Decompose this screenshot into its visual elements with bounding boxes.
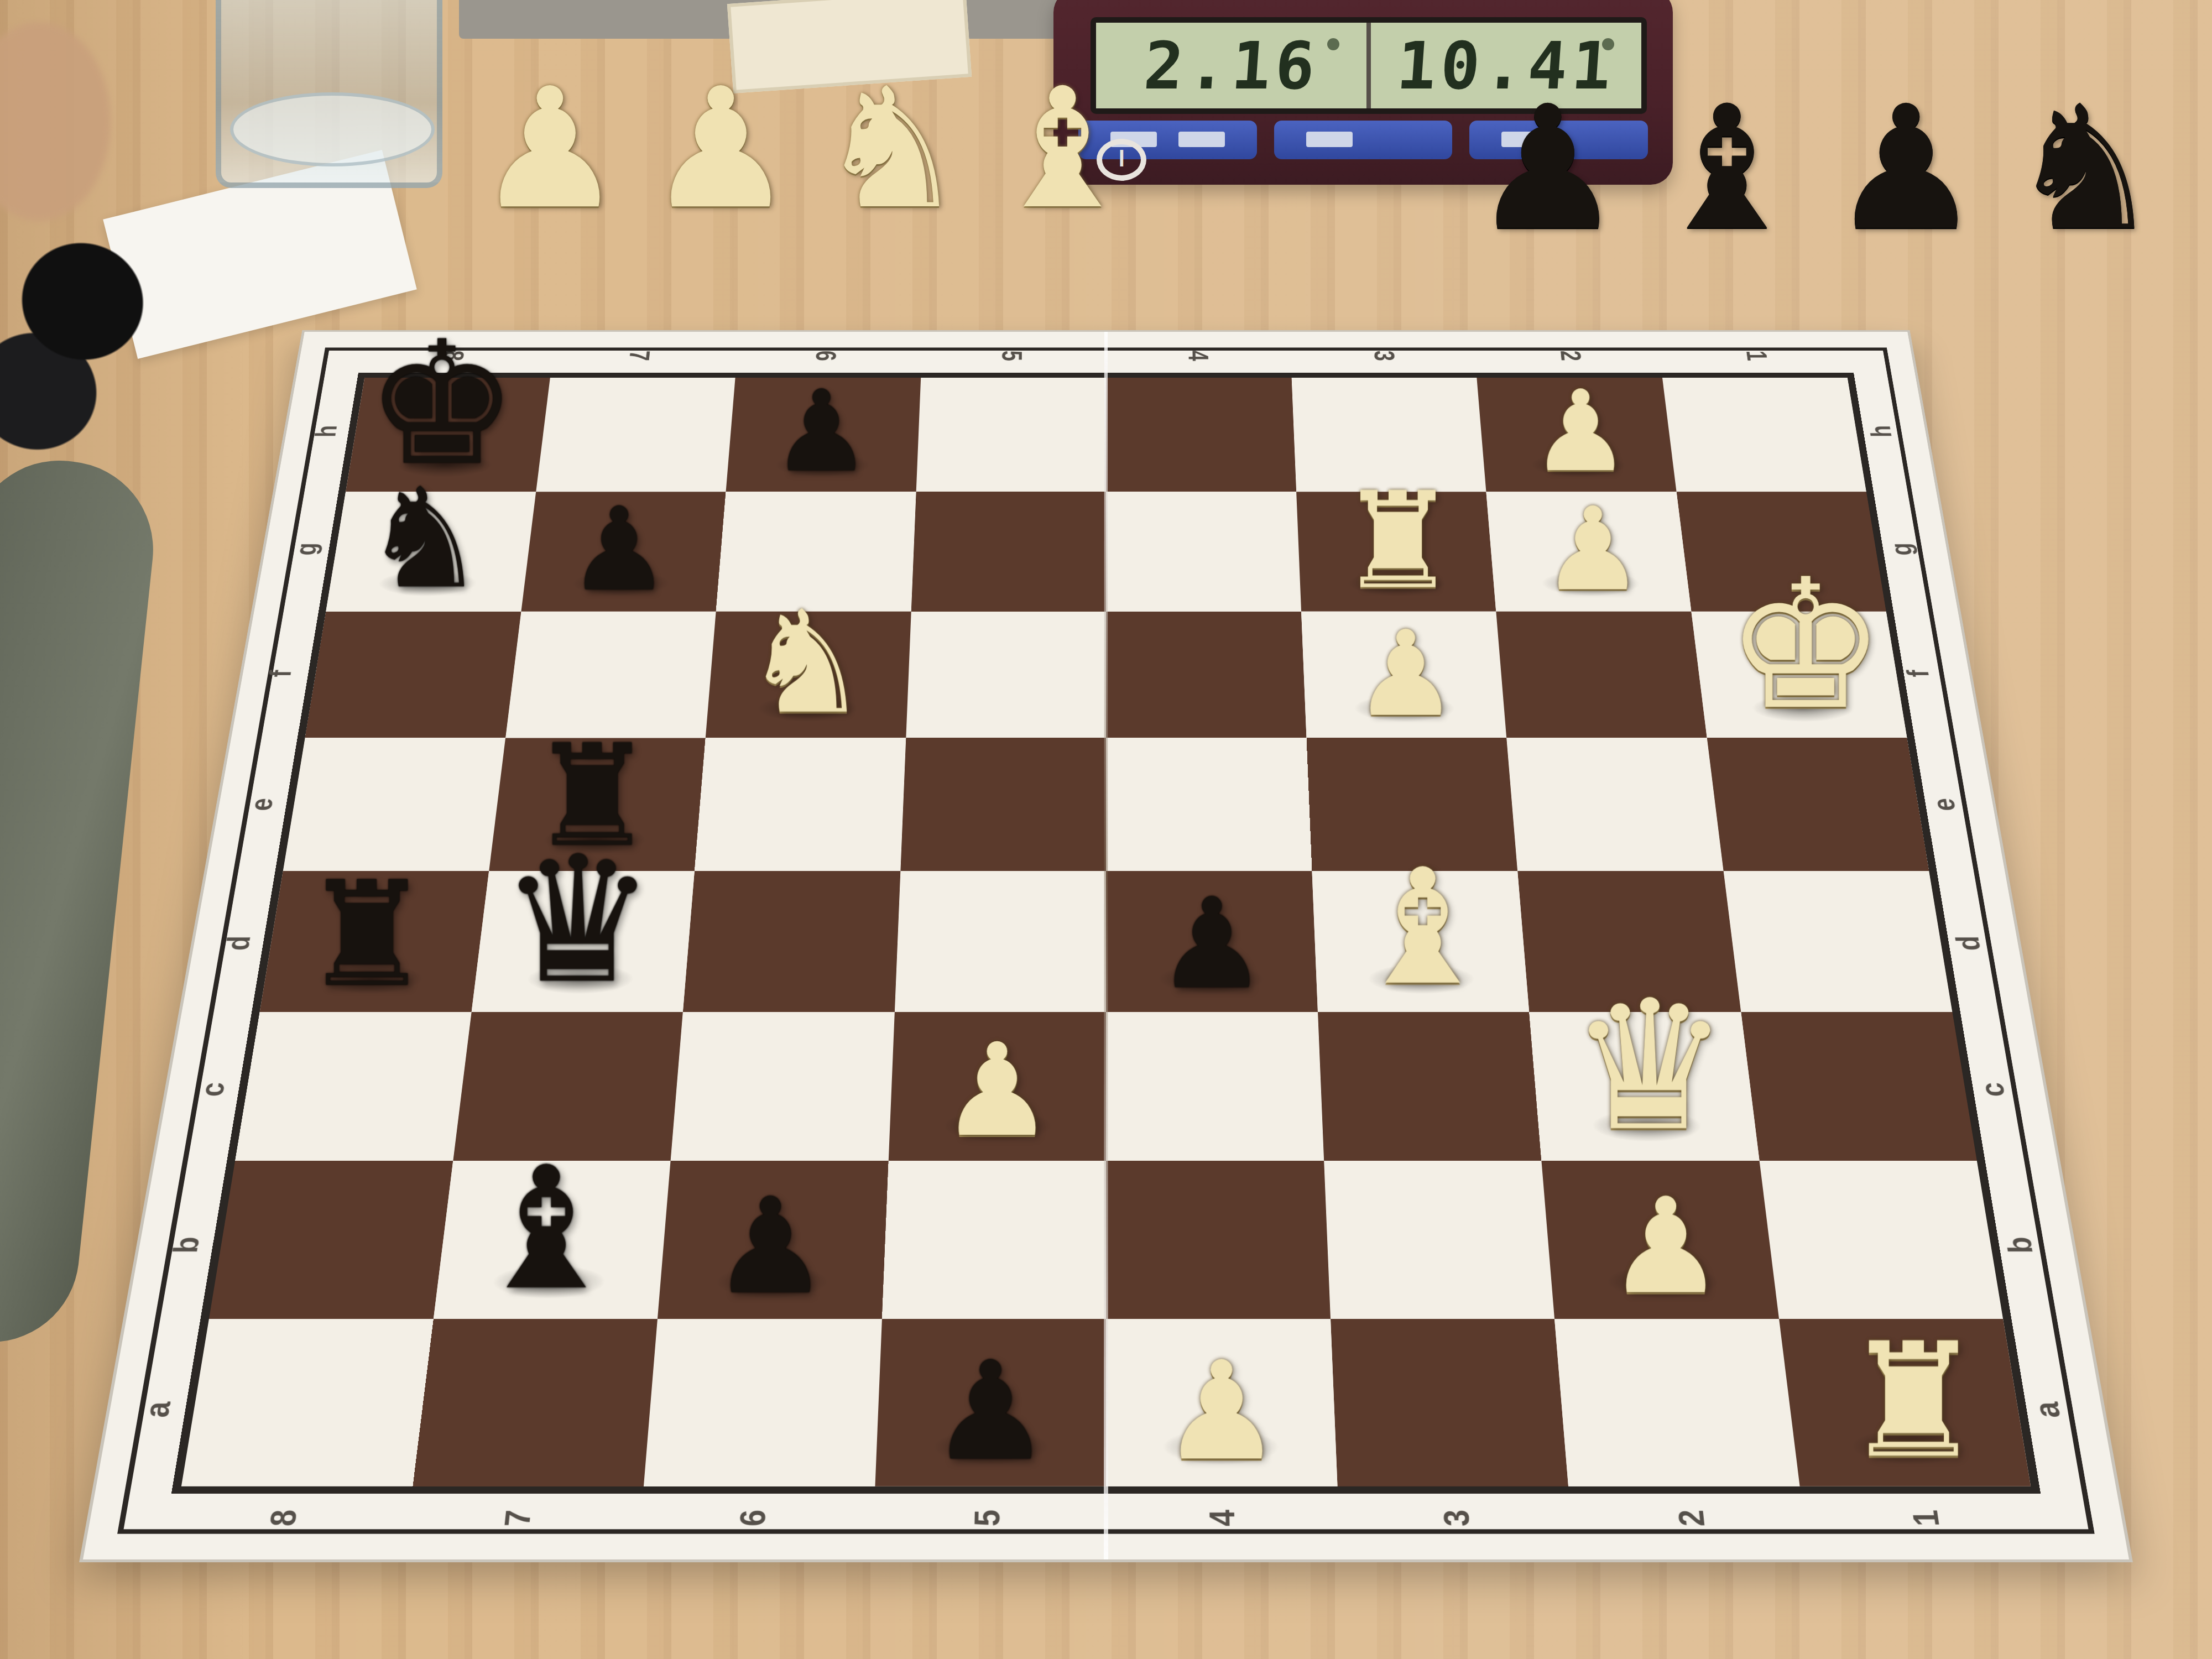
black-pawn-b6[interactable]: ♟ [711, 1183, 830, 1309]
white-queen-c2[interactable]: ♛ [1569, 981, 1730, 1152]
rank-label-far-4: 4 [1182, 351, 1214, 361]
square-c3[interactable] [1318, 1012, 1542, 1161]
square-c1[interactable] [1741, 1012, 1977, 1161]
black-queen-d7[interactable]: ♛ [500, 837, 656, 1003]
black-pawn-a5[interactable]: ♟ [930, 1347, 1052, 1476]
square-d3[interactable]: ♝ [1312, 871, 1529, 1012]
file-label-right-c: c [1973, 1083, 2012, 1097]
square-f8[interactable] [305, 612, 521, 738]
file-label-left-d: d [219, 936, 258, 951]
white-king-f1[interactable]: ♚ [1725, 560, 1886, 730]
rank-label-far-7: 7 [623, 351, 656, 361]
square-b2[interactable]: ♟ [1541, 1161, 1778, 1319]
square-b3[interactable] [1324, 1161, 1554, 1319]
rank-label-near-7: 7 [497, 1510, 540, 1526]
square-f3[interactable]: ♟ [1301, 612, 1507, 738]
square-f5[interactable] [906, 612, 1106, 738]
chess-board: ♚♟♟♞♟♜♟♞♟♚♜♜♛♟♝♟♛♝♟♟♟♟♜ hhggffeeddccbbaa… [83, 332, 2129, 1559]
white-pawn-h2[interactable]: ♟ [1530, 378, 1631, 484]
white-pawn-a4[interactable]: ♟ [1160, 1347, 1282, 1476]
square-b5[interactable] [881, 1161, 1106, 1319]
white-pawn-c5[interactable]: ♟ [940, 1030, 1055, 1151]
black-pawn-h6[interactable]: ♟ [771, 378, 872, 484]
square-g7[interactable]: ♟ [521, 492, 726, 612]
rank-label-far-1: 1 [1740, 351, 1773, 361]
square-h6[interactable]: ♟ [726, 378, 921, 492]
square-f6[interactable]: ♞ [706, 612, 911, 738]
black-bishop-b7[interactable]: ♝ [471, 1148, 622, 1309]
square-a1[interactable]: ♜ [1779, 1319, 2031, 1486]
rank-label-far-5: 5 [996, 351, 1029, 361]
file-label-right-d: d [1949, 936, 1988, 951]
square-a7[interactable] [413, 1319, 658, 1486]
square-g2[interactable]: ♟ [1486, 492, 1691, 612]
square-a6[interactable] [644, 1319, 882, 1486]
file-label-right-a: a [2026, 1402, 2068, 1418]
file-label-left-b: b [166, 1237, 207, 1253]
white-pawn-g2[interactable]: ♟ [1541, 495, 1644, 604]
white-pawn-f3[interactable]: ♟ [1353, 618, 1459, 730]
square-a8[interactable] [181, 1319, 434, 1486]
square-h5[interactable] [916, 378, 1106, 492]
file-label-right-h: h [1864, 425, 1898, 437]
black-rook-d8[interactable]: ♜ [302, 866, 431, 1003]
rank-label-near-6: 6 [732, 1510, 774, 1526]
square-a5[interactable]: ♟ [875, 1319, 1106, 1486]
square-h4[interactable] [1106, 378, 1296, 492]
rank-label-far-3: 3 [1368, 351, 1401, 361]
square-g4[interactable] [1106, 492, 1301, 612]
square-g5[interactable] [911, 492, 1106, 612]
square-b7[interactable]: ♝ [433, 1161, 670, 1319]
square-d4[interactable]: ♟ [1106, 871, 1318, 1012]
square-e6[interactable] [695, 738, 906, 871]
square-a2[interactable] [1554, 1319, 1799, 1486]
file-label-left-g: g [288, 543, 324, 556]
white-rook-a1[interactable]: ♜ [1843, 1326, 1984, 1476]
black-knight-g8[interactable]: ♞ [363, 473, 487, 604]
rank-label-near-5: 5 [967, 1510, 1008, 1526]
square-e5[interactable] [900, 738, 1106, 871]
square-d5[interactable] [894, 871, 1106, 1012]
square-g3[interactable]: ♜ [1296, 492, 1496, 612]
file-label-left-e: e [242, 798, 280, 811]
square-c2[interactable]: ♛ [1529, 1012, 1759, 1161]
square-b8[interactable] [209, 1161, 453, 1319]
square-f2[interactable] [1496, 612, 1707, 738]
file-label-right-g: g [1883, 543, 1919, 556]
photo-scene: 2.16 10.41 l ♟♟♞♝ ♟♝♟♞ ♚♟♟♞♟♜♟♞♟♚♜♜♛♟♝♟♛… [0, 0, 2212, 1659]
square-c8[interactable] [235, 1012, 471, 1161]
square-e4[interactable] [1106, 738, 1312, 871]
square-d8[interactable]: ♜ [260, 871, 489, 1012]
file-label-left-f: f [263, 670, 299, 677]
board-tilt: ♚♟♟♞♟♜♟♞♟♚♜♜♛♟♝♟♛♝♟♟♟♟♜ hhggffeeddccbbaa… [83, 332, 2129, 1559]
file-label-left-a: a [136, 1402, 179, 1418]
square-h7[interactable] [536, 378, 735, 492]
square-c6[interactable] [671, 1012, 895, 1161]
file-label-left-h: h [309, 425, 343, 437]
white-rook-g3[interactable]: ♜ [1338, 477, 1458, 604]
rank-label-far-6: 6 [809, 351, 842, 361]
board-scene: ♚♟♟♞♟♜♟♞♟♚♜♜♛♟♝♟♛♝♟♟♟♟♜ hhggffeeddccbbaa… [83, 0, 2129, 1659]
board-fold-crease [1104, 332, 1108, 1559]
white-knight-f6[interactable]: ♞ [743, 596, 870, 730]
file-label-left-c: c [192, 1083, 232, 1097]
rank-label-far-2: 2 [1554, 351, 1587, 361]
rank-label-near-8: 8 [262, 1510, 305, 1526]
square-h1[interactable] [1662, 378, 1866, 492]
square-e2[interactable] [1506, 738, 1723, 871]
square-b6[interactable]: ♟ [658, 1161, 888, 1319]
rank-label-near-3: 3 [1436, 1510, 1478, 1526]
square-f1[interactable]: ♚ [1691, 612, 1907, 738]
square-d1[interactable] [1723, 871, 1952, 1012]
square-d7[interactable]: ♛ [471, 871, 695, 1012]
rank-label-near-2: 2 [1671, 1510, 1713, 1526]
file-label-right-e: e [1925, 798, 1963, 811]
square-f4[interactable] [1106, 612, 1306, 738]
file-label-right-f: f [1900, 670, 1936, 677]
square-e1[interactable] [1707, 738, 1929, 871]
square-g8[interactable]: ♞ [326, 492, 536, 612]
square-h2[interactable]: ♟ [1477, 378, 1676, 492]
black-pawn-g7[interactable]: ♟ [568, 495, 671, 604]
square-c4[interactable] [1106, 1012, 1324, 1161]
file-label-right-b: b [1999, 1237, 2041, 1253]
white-pawn-b2[interactable]: ♟ [1606, 1183, 1725, 1309]
rank-label-far-8: 8 [436, 351, 470, 361]
white-bishop-d3[interactable]: ♝ [1352, 852, 1495, 1003]
square-b4[interactable] [1106, 1161, 1331, 1319]
square-d6[interactable] [683, 871, 900, 1012]
square-a3[interactable] [1331, 1319, 1569, 1486]
rank-label-near-1: 1 [1905, 1510, 1948, 1526]
square-a4[interactable]: ♟ [1106, 1319, 1337, 1486]
square-b1[interactable] [1759, 1161, 2003, 1319]
square-c5[interactable]: ♟ [888, 1012, 1106, 1161]
black-pawn-d4[interactable]: ♟ [1156, 885, 1267, 1003]
rank-label-near-4: 4 [1202, 1510, 1243, 1526]
